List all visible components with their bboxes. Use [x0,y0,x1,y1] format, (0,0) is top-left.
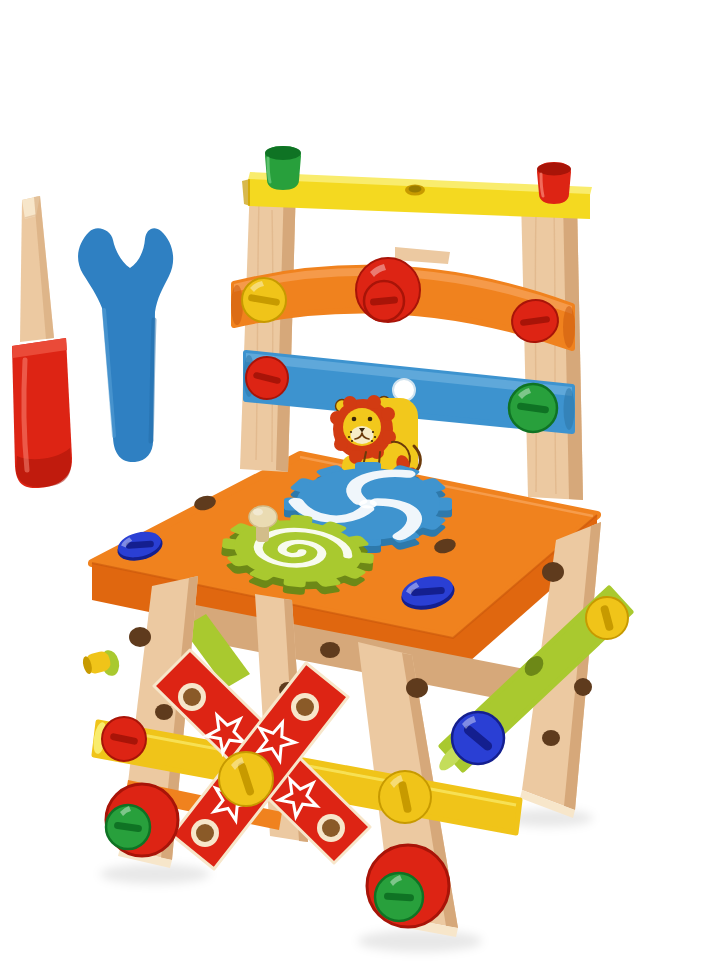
blue-slat-red-screw [246,357,288,399]
front-left-wheel [106,784,178,856]
rail-yellow-end-screw [586,597,628,639]
stretcher-red-screw [102,717,146,761]
side-peg [81,648,121,677]
screwdriver [12,196,72,488]
rail-blue-screw [452,712,504,764]
front-center-wheel [367,845,449,927]
toy-chair-illustration [0,0,709,971]
stretcher-yellow-screw [379,771,431,823]
top-bar-green-screw [265,146,301,190]
backrest-left-post [240,182,296,472]
cross-brace-yellow-screw [219,752,273,806]
top-bar-red-screw [537,162,571,204]
wrench [78,228,173,462]
apron-hole [320,642,340,658]
blue-slat-green-screw [509,384,557,432]
orange-slat-yellow-screw [242,278,286,322]
blue-slat-hole [393,379,415,401]
orange-slat-center-red-screw [356,258,420,322]
product-photo [0,0,709,971]
